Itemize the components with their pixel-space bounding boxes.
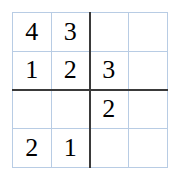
- box-divider-horizontal: [12, 89, 168, 91]
- cell-r3c2[interactable]: [52, 90, 91, 129]
- cell-r4c2[interactable]: 1: [52, 129, 91, 168]
- cell-r2c3[interactable]: 3: [90, 52, 129, 91]
- cell-r1c2[interactable]: 3: [52, 13, 91, 52]
- cell-r3c4[interactable]: [129, 90, 168, 129]
- cell-r1c3[interactable]: [90, 13, 129, 52]
- cell-r3c1[interactable]: [13, 90, 52, 129]
- cell-r4c1[interactable]: 2: [13, 129, 52, 168]
- cell-r2c2[interactable]: 2: [52, 52, 91, 91]
- cell-r2c4[interactable]: [129, 52, 168, 91]
- cell-r1c4[interactable]: [129, 13, 168, 52]
- sudoku-board: 43123221: [12, 12, 168, 168]
- cell-r4c4[interactable]: [129, 129, 168, 168]
- cell-r1c1[interactable]: 4: [13, 13, 52, 52]
- cell-r2c1[interactable]: 1: [13, 52, 52, 91]
- cell-r4c3[interactable]: [90, 129, 129, 168]
- cell-r3c3[interactable]: 2: [90, 90, 129, 129]
